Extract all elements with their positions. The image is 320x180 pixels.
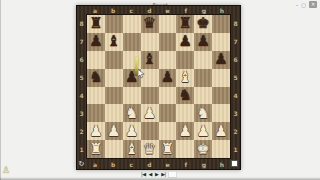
black-rook-a8[interactable]: ♜ — [89, 16, 102, 31]
square-c8[interactable] — [123, 15, 141, 33]
square-e3[interactable] — [159, 104, 177, 122]
square-a8[interactable]: ♜ — [87, 15, 105, 33]
black-king-g8[interactable]: ♚ — [196, 16, 209, 31]
square-e5[interactable]: ♟ — [159, 69, 177, 87]
square-h2[interactable]: ♟ — [212, 122, 230, 140]
file-label-e: e — [159, 159, 177, 169]
black-knight-a5[interactable]: ♞ — [89, 70, 102, 85]
square-c1[interactable]: ♝ — [123, 140, 141, 158]
square-d2[interactable] — [141, 122, 159, 140]
square-e1[interactable]: ♜ — [159, 140, 177, 158]
file-label-g: g — [195, 159, 213, 169]
square-f6[interactable] — [176, 51, 194, 69]
square-d4[interactable] — [141, 87, 159, 105]
white-bishop-c1[interactable]: ♝ — [125, 142, 138, 157]
rank-label-6: 6 — [77, 50, 86, 68]
square-g3[interactable]: ♞ — [194, 104, 212, 122]
black-bishop-b7[interactable]: ♝ — [107, 34, 120, 49]
black-pawn-f7[interactable]: ♟ — [179, 34, 192, 49]
screen-edge-left — [0, 0, 1, 180]
black-queen-d8[interactable]: ♛ — [143, 16, 156, 31]
rank-label-5: 5 — [77, 68, 86, 86]
file-label-f: f — [177, 6, 195, 14]
rank-label-3: 3 — [231, 105, 240, 123]
square-f8[interactable]: ♜ — [176, 15, 194, 33]
rank-label-5: 5 — [231, 68, 240, 86]
square-a2[interactable]: ♟ — [87, 122, 105, 140]
square-b7[interactable]: ♝ — [105, 33, 123, 51]
black-pawn-e5[interactable]: ♟ — [161, 70, 174, 85]
square-g7[interactable]: ♟ — [194, 33, 212, 51]
maximize-button[interactable]: ▢ — [301, 2, 306, 8]
window-controls: – ▢ ✕ — [296, 1, 317, 8]
square-a3[interactable] — [87, 104, 105, 122]
square-h6[interactable]: ♟ — [212, 51, 230, 69]
square-a5[interactable]: ♞ — [87, 69, 105, 87]
square-c3[interactable]: ♞ — [123, 104, 141, 122]
rank-label-4: 4 — [77, 87, 86, 105]
chess-board[interactable]: ♜♛♜♚♟♝♟♟♝♟♞♟♟♝♞♞♟♞♟♟♟♟♟♟♜♝♛♜♚ — [86, 14, 231, 159]
square-c4[interactable] — [123, 87, 141, 105]
square-b6[interactable] — [105, 51, 123, 69]
square-g8[interactable]: ♚ — [194, 15, 212, 33]
white-pawn-a2[interactable]: ♟ — [89, 124, 102, 139]
file-label-d: d — [140, 6, 158, 14]
square-f4[interactable]: ♞ — [176, 87, 194, 105]
square-b2[interactable]: ♟ — [105, 122, 123, 140]
square-c7[interactable] — [123, 33, 141, 51]
square-d1[interactable]: ♛ — [141, 140, 159, 158]
rank-label-7: 7 — [231, 32, 240, 50]
black-pawn-g7[interactable]: ♟ — [196, 34, 209, 49]
white-rook-a1[interactable]: ♜ — [89, 142, 102, 157]
square-h5[interactable] — [212, 69, 230, 87]
square-d7[interactable] — [141, 33, 159, 51]
square-g4[interactable] — [194, 87, 212, 105]
rank-label-1: 1 — [77, 141, 86, 159]
square-d3[interactable]: ♟ — [141, 104, 159, 122]
app-pawn-icon: ♙ — [2, 165, 10, 176]
square-f2[interactable]: ♟ — [176, 122, 194, 140]
black-knight-f4[interactable]: ♞ — [179, 88, 192, 103]
rank-labels-right: 87654321 — [231, 14, 240, 159]
square-h1[interactable] — [212, 140, 230, 158]
file-label-h: h — [213, 6, 231, 14]
file-label-a: a — [86, 6, 104, 14]
square-c6[interactable] — [123, 51, 141, 69]
black-bishop-d6[interactable]: ♝ — [143, 52, 156, 67]
square-f5[interactable]: ♝ — [176, 69, 194, 87]
rank-label-2: 2 — [231, 123, 240, 141]
square-g1[interactable]: ♚ — [194, 140, 212, 158]
close-button[interactable]: ✕ — [309, 1, 317, 8]
white-pawn-f2[interactable]: ♟ — [179, 124, 192, 139]
white-pawn-g2[interactable]: ♟ — [196, 124, 209, 139]
rank-label-2: 2 — [77, 123, 86, 141]
minimize-button[interactable]: – — [296, 2, 299, 8]
file-label-c: c — [122, 6, 140, 14]
square-d8[interactable]: ♛ — [141, 15, 159, 33]
chess-board-frame: abcdefgh abcdefgh 87654321 87654321 ♜♛♜♚… — [76, 5, 241, 170]
square-b8[interactable] — [105, 15, 123, 33]
square-e6[interactable] — [159, 51, 177, 69]
square-a1[interactable]: ♜ — [87, 140, 105, 158]
square-h4[interactable] — [212, 87, 230, 105]
square-a7[interactable]: ♟ — [87, 33, 105, 51]
white-king-g1[interactable]: ♚ — [196, 142, 209, 157]
black-rook-f8[interactable]: ♜ — [179, 16, 192, 31]
square-e2[interactable] — [159, 122, 177, 140]
rank-label-7: 7 — [77, 32, 86, 50]
square-b3[interactable] — [105, 104, 123, 122]
file-label-b: b — [104, 159, 122, 169]
flip-board-icon[interactable]: ↻ — [78, 161, 85, 168]
rank-label-4: 4 — [231, 87, 240, 105]
white-queen-d1[interactable]: ♛ — [143, 142, 156, 157]
white-pawn-d3[interactable]: ♟ — [143, 106, 156, 121]
rank-labels-left: 87654321 — [77, 14, 86, 159]
rank-label-3: 3 — [77, 105, 86, 123]
square-h8[interactable] — [212, 15, 230, 33]
file-label-f: f — [177, 159, 195, 169]
white-bishop-f5[interactable]: ♝ — [179, 70, 192, 85]
white-pawn-c2[interactable]: ♟ — [125, 124, 138, 139]
square-e8[interactable] — [159, 15, 177, 33]
square-f7[interactable]: ♟ — [176, 33, 194, 51]
square-g5[interactable] — [194, 69, 212, 87]
file-label-e: e — [159, 6, 177, 14]
move-arrow-annotation — [134, 57, 137, 76]
rank-label-1: 1 — [231, 141, 240, 159]
square-e4[interactable] — [159, 87, 177, 105]
file-label-h: h — [213, 159, 231, 169]
square-b4[interactable] — [105, 87, 123, 105]
square-e7[interactable] — [159, 33, 177, 51]
black-pawn-h6[interactable]: ♟ — [214, 52, 227, 67]
white-pawn-h2[interactable]: ♟ — [214, 124, 227, 139]
square-g6[interactable] — [194, 51, 212, 69]
white-knight-g3[interactable]: ♞ — [196, 106, 209, 121]
square-a6[interactable] — [87, 51, 105, 69]
file-label-b: b — [104, 6, 122, 14]
square-b1[interactable] — [105, 140, 123, 158]
white-rook-e1[interactable]: ♜ — [161, 142, 174, 157]
side-to-move-indicator — [231, 160, 238, 167]
mouse-cursor-icon — [138, 69, 145, 79]
file-labels-bottom: abcdefgh — [86, 159, 231, 169]
file-label-a: a — [86, 159, 104, 169]
white-knight-c3[interactable]: ♞ — [125, 106, 138, 121]
square-h7[interactable] — [212, 33, 230, 51]
file-label-c: c — [122, 159, 140, 169]
rank-label-8: 8 — [77, 14, 86, 32]
square-h3[interactable] — [212, 104, 230, 122]
square-g2[interactable]: ♟ — [194, 122, 212, 140]
white-pawn-b2[interactable]: ♟ — [107, 124, 120, 139]
rank-label-8: 8 — [231, 14, 240, 32]
square-f1[interactable] — [176, 140, 194, 158]
square-c2[interactable]: ♟ — [123, 122, 141, 140]
file-labels-top: abcdefgh — [86, 6, 231, 14]
black-pawn-a7[interactable]: ♟ — [89, 34, 102, 49]
file-label-d: d — [140, 159, 158, 169]
rank-label-6: 6 — [231, 50, 240, 68]
square-f3[interactable] — [176, 104, 194, 122]
file-label-g: g — [195, 6, 213, 14]
square-a4[interactable] — [87, 87, 105, 105]
screen-edge-shadow — [0, 177, 320, 180]
square-b5[interactable] — [105, 69, 123, 87]
square-d6[interactable]: ♝ — [141, 51, 159, 69]
